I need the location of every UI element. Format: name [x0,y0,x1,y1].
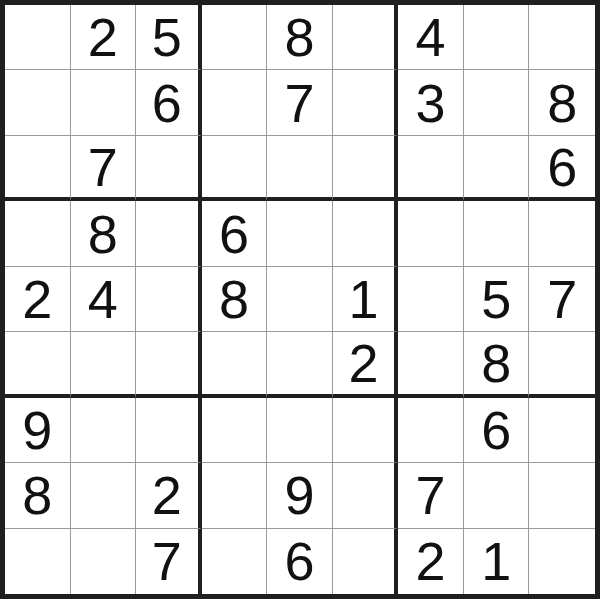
cell-r8c6[interactable] [333,463,399,528]
cell-r5c3[interactable] [136,267,202,332]
cell-r5c8[interactable]: 5 [464,267,530,332]
cell-r6c2[interactable] [71,332,137,397]
cell-r4c8[interactable] [464,201,530,266]
cell-r7c3[interactable] [136,398,202,463]
cell-r8c1[interactable]: 8 [5,463,71,528]
cell-r6c9[interactable] [529,332,595,397]
cell-r5c5[interactable] [267,267,333,332]
cell-r7c6[interactable] [333,398,399,463]
cell-r9c4[interactable] [202,529,268,594]
cell-r2c6[interactable] [333,70,399,135]
cell-r7c5[interactable] [267,398,333,463]
cell-r7c7[interactable] [398,398,464,463]
cell-r1c2[interactable]: 2 [71,5,137,70]
cell-r4c7[interactable] [398,201,464,266]
cell-r4c9[interactable] [529,201,595,266]
given-digit: 8 [284,10,314,64]
cell-r5c6[interactable]: 1 [333,267,399,332]
cell-r8c9[interactable] [529,463,595,528]
cell-r5c2[interactable]: 4 [71,267,137,332]
cell-r2c3[interactable]: 6 [136,70,202,135]
cell-r2c5[interactable]: 7 [267,70,333,135]
given-digit: 2 [349,336,379,390]
given-digit: 2 [88,10,118,64]
given-digit: 6 [219,207,249,261]
cell-r8c4[interactable] [202,463,268,528]
cell-r1c8[interactable] [464,5,530,70]
cell-r5c4[interactable]: 8 [202,267,268,332]
cell-r1c3[interactable]: 5 [136,5,202,70]
cell-r9c1[interactable] [5,529,71,594]
given-digit: 8 [88,207,118,261]
given-digit: 9 [284,468,314,522]
given-digit: 2 [152,468,182,522]
cell-r2c4[interactable] [202,70,268,135]
cell-r3c3[interactable] [136,136,202,201]
cell-r2c2[interactable] [71,70,137,135]
given-digit: 7 [88,140,118,194]
cell-r4c5[interactable] [267,201,333,266]
given-digit: 8 [22,468,52,522]
cell-r7c8[interactable]: 6 [464,398,530,463]
cell-r4c4[interactable]: 6 [202,201,268,266]
given-digit: 6 [152,76,182,130]
cell-r9c9[interactable] [529,529,595,594]
cell-r7c9[interactable] [529,398,595,463]
given-digit: 6 [547,140,577,194]
cell-r5c9[interactable]: 7 [529,267,595,332]
given-digit: 8 [481,336,511,390]
cell-r6c6[interactable]: 2 [333,332,399,397]
cell-r3c9[interactable]: 6 [529,136,595,201]
cell-r6c8[interactable]: 8 [464,332,530,397]
cell-r9c7[interactable]: 2 [398,529,464,594]
cell-r1c7[interactable]: 4 [398,5,464,70]
cell-r6c5[interactable] [267,332,333,397]
cell-r5c1[interactable]: 2 [5,267,71,332]
cell-r3c1[interactable] [5,136,71,201]
cell-r3c4[interactable] [202,136,268,201]
given-digit: 2 [416,534,446,588]
cell-r2c9[interactable]: 8 [529,70,595,135]
cell-r3c2[interactable]: 7 [71,136,137,201]
cell-r7c1[interactable]: 9 [5,398,71,463]
cell-r1c9[interactable] [529,5,595,70]
cell-r7c4[interactable] [202,398,268,463]
given-digit: 4 [88,272,118,326]
cell-r9c5[interactable]: 6 [267,529,333,594]
cell-r8c5[interactable]: 9 [267,463,333,528]
given-digit: 6 [284,534,314,588]
cell-r9c3[interactable]: 7 [136,529,202,594]
cell-r9c8[interactable]: 1 [464,529,530,594]
cell-r2c1[interactable] [5,70,71,135]
given-digit: 2 [22,272,52,326]
given-digit: 1 [481,534,511,588]
cell-r3c6[interactable] [333,136,399,201]
cell-r1c4[interactable] [202,5,268,70]
cell-r1c5[interactable]: 8 [267,5,333,70]
given-digit: 5 [152,10,182,64]
given-digit: 7 [284,76,314,130]
cell-r4c1[interactable] [5,201,71,266]
given-digit: 9 [22,403,52,457]
sudoku-grid: 258467387686248157289682977621 [5,5,595,594]
cell-r6c4[interactable] [202,332,268,397]
given-digit: 8 [547,76,577,130]
cell-r4c6[interactable] [333,201,399,266]
given-digit: 7 [152,534,182,588]
cell-r2c8[interactable] [464,70,530,135]
cell-r1c1[interactable] [5,5,71,70]
cell-r3c7[interactable] [398,136,464,201]
cell-r3c5[interactable] [267,136,333,201]
cell-r4c2[interactable]: 8 [71,201,137,266]
cell-r1c6[interactable] [333,5,399,70]
given-digit: 7 [416,468,446,522]
cell-r8c3[interactable]: 2 [136,463,202,528]
sudoku-board: 258467387686248157289682977621 [0,0,600,599]
cell-r7c2[interactable] [71,398,137,463]
given-digit: 5 [481,272,511,326]
cell-r2c7[interactable]: 3 [398,70,464,135]
cell-r6c3[interactable] [136,332,202,397]
cell-r5c7[interactable] [398,267,464,332]
given-digit: 3 [416,76,446,130]
given-digit: 6 [481,403,511,457]
cell-r8c8[interactable] [464,463,530,528]
cell-r6c1[interactable] [5,332,71,397]
cell-r3c8[interactable] [464,136,530,201]
cell-r8c2[interactable] [71,463,137,528]
cell-r6c7[interactable] [398,332,464,397]
given-digit: 1 [349,272,379,326]
cell-r9c2[interactable] [71,529,137,594]
given-digit: 4 [416,10,446,64]
cell-r8c7[interactable]: 7 [398,463,464,528]
given-digit: 7 [547,272,577,326]
cell-r4c3[interactable] [136,201,202,266]
cell-r9c6[interactable] [333,529,399,594]
given-digit: 8 [219,272,249,326]
